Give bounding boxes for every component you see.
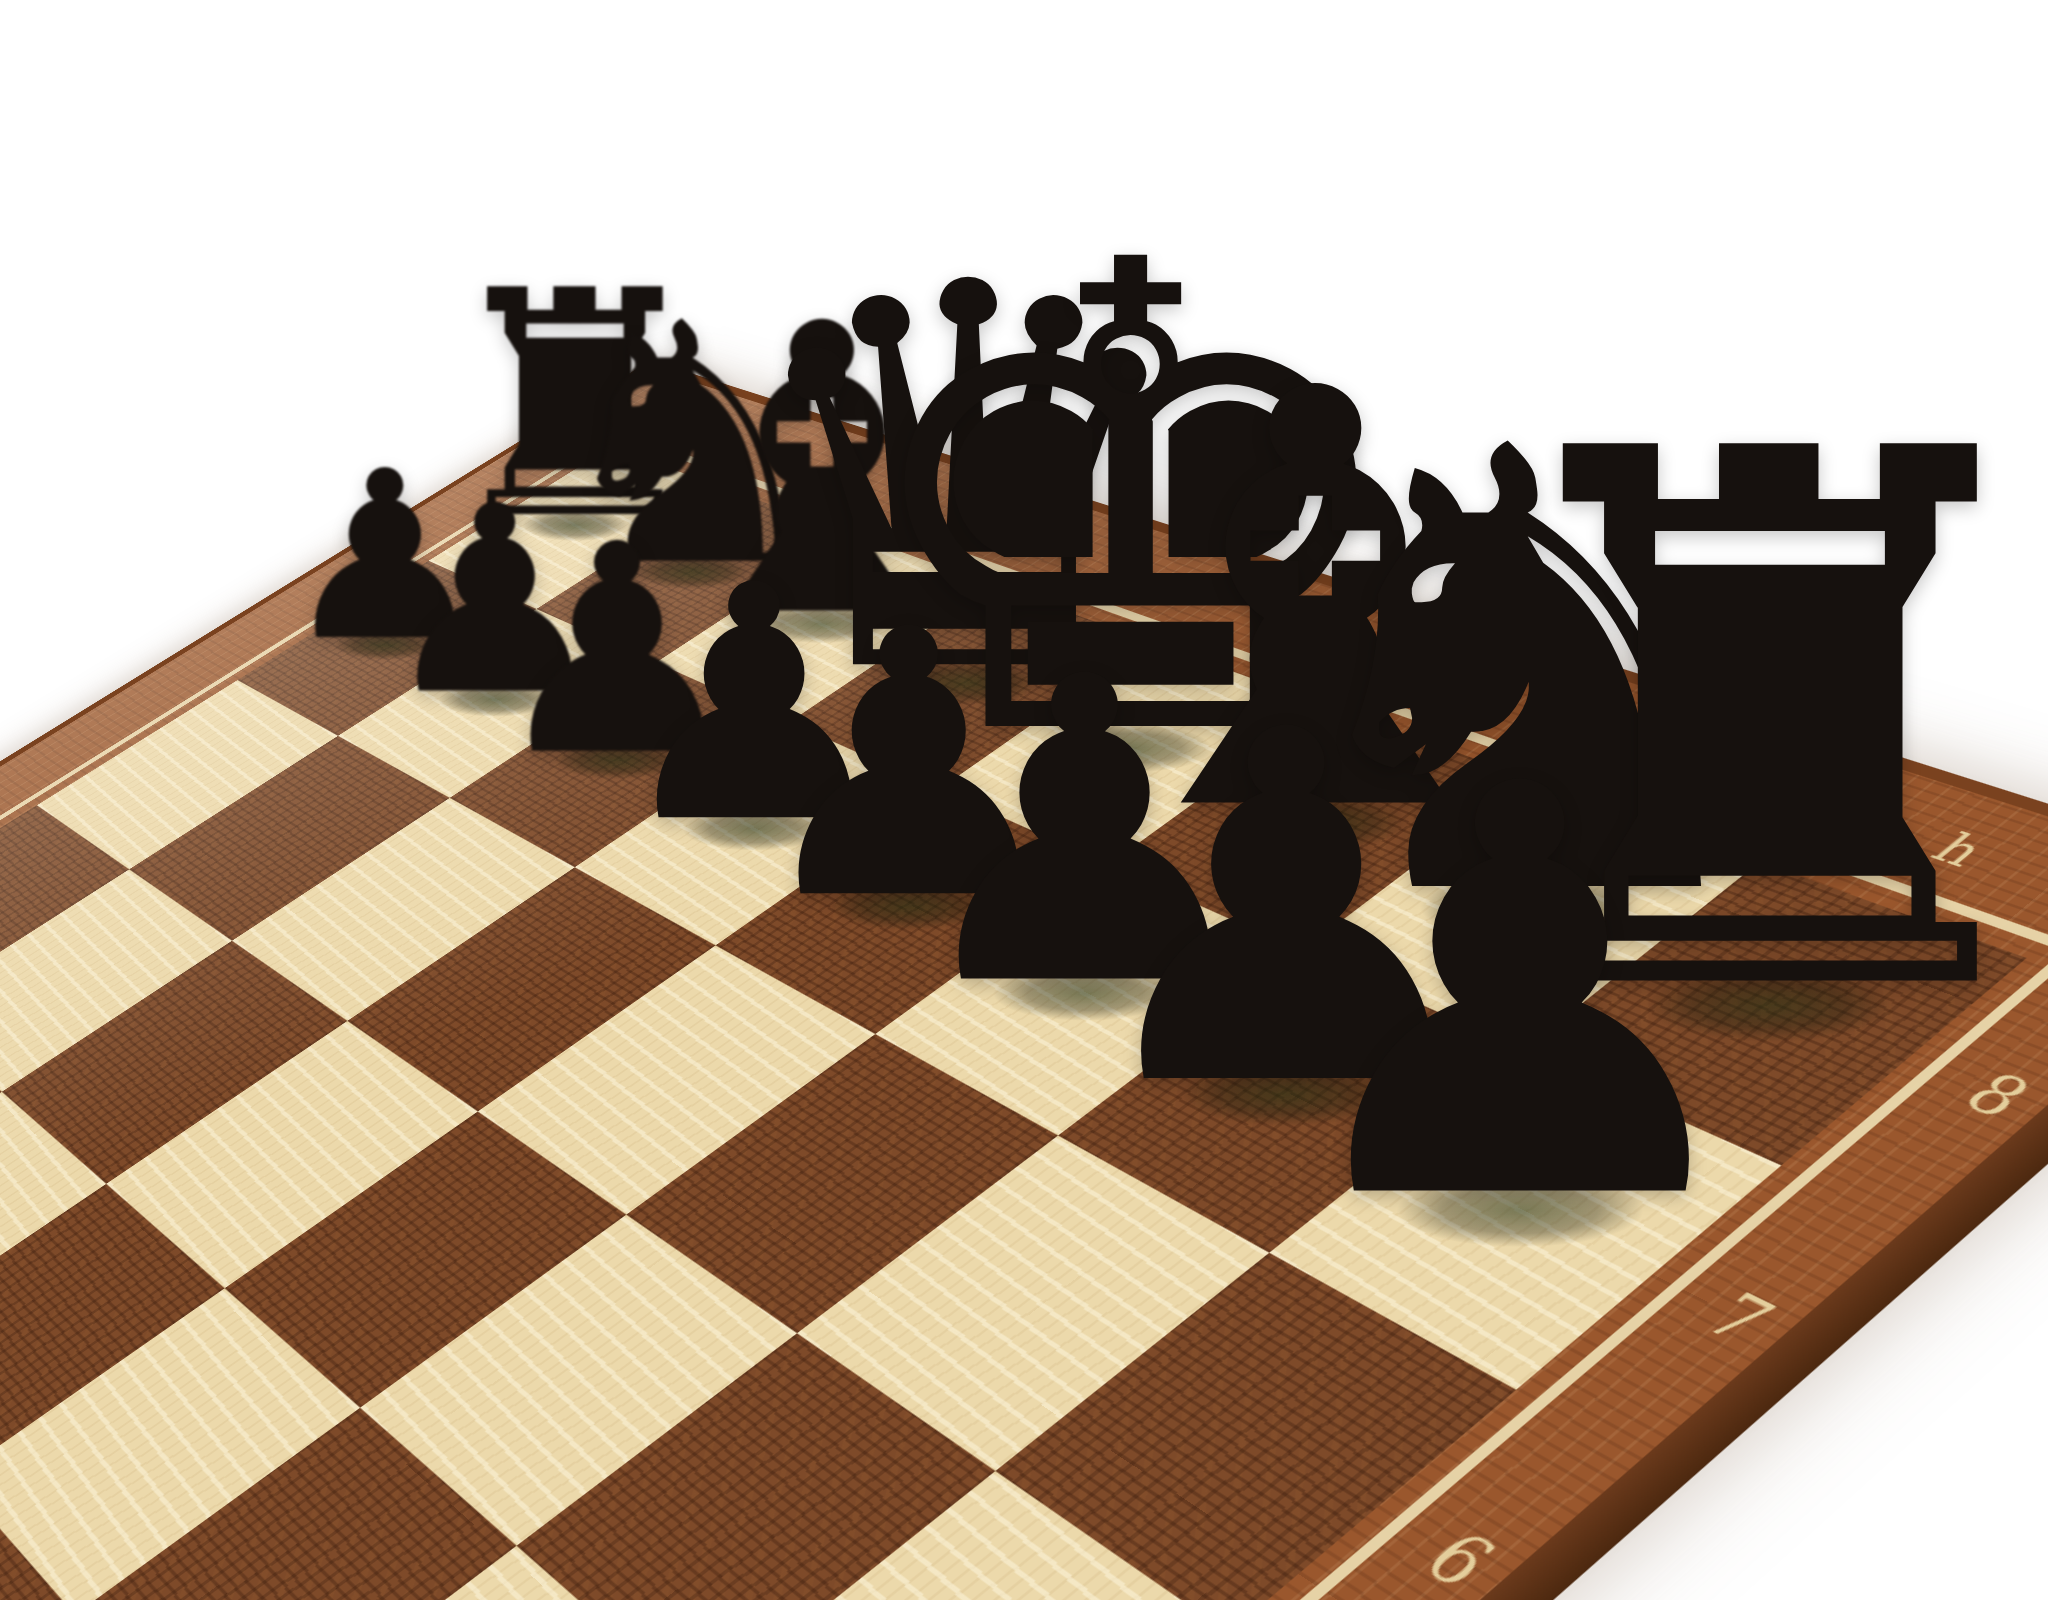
photo-scene: 876h ♜♞♝♛♚♝♞♜♟♟♟♟♟♟♟♟ xyxy=(0,0,2048,1600)
pieces-layer: ♜♞♝♛♚♝♞♜♟♟♟♟♟♟♟♟ xyxy=(0,0,2048,1600)
piece-black-pawn-h7: ♟ xyxy=(1267,713,1773,1277)
